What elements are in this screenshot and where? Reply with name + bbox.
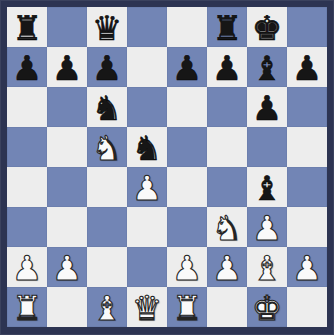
square-g5[interactable] [247, 127, 287, 167]
square-a7[interactable]: ♟ [7, 47, 47, 87]
square-d5[interactable]: ♞ [127, 127, 167, 167]
white-pawn[interactable]: ♟ [292, 247, 322, 288]
black-knight[interactable]: ♞ [132, 127, 162, 168]
white-pawn[interactable]: ♟ [132, 167, 162, 208]
black-pawn[interactable]: ♟ [92, 47, 122, 88]
square-a3[interactable] [7, 207, 47, 247]
square-b7[interactable]: ♟ [47, 47, 87, 87]
white-pawn[interactable]: ♟ [12, 247, 42, 288]
black-pawn[interactable]: ♟ [172, 47, 202, 88]
white-king[interactable]: ♚ [252, 287, 282, 328]
square-b1[interactable] [47, 287, 87, 327]
white-bishop[interactable]: ♝ [252, 247, 282, 288]
square-e6[interactable] [167, 87, 207, 127]
square-a6[interactable] [7, 87, 47, 127]
square-b3[interactable] [47, 207, 87, 247]
square-c6[interactable]: ♞ [87, 87, 127, 127]
square-g1[interactable]: ♚ [247, 287, 287, 327]
square-c4[interactable] [87, 167, 127, 207]
square-c1[interactable]: ♝ [87, 287, 127, 327]
square-a4[interactable] [7, 167, 47, 207]
square-f7[interactable]: ♟ [207, 47, 247, 87]
black-queen[interactable]: ♛ [92, 7, 122, 48]
square-g2[interactable]: ♝ [247, 247, 287, 287]
square-g3[interactable]: ♟ [247, 207, 287, 247]
square-h4[interactable] [287, 167, 327, 207]
square-h6[interactable] [287, 87, 327, 127]
black-rook[interactable]: ♜ [12, 7, 42, 48]
square-f1[interactable] [207, 287, 247, 327]
square-b2[interactable]: ♟ [47, 247, 87, 287]
square-g8[interactable]: ♚ [247, 7, 287, 47]
square-b8[interactable] [47, 7, 87, 47]
square-e3[interactable] [167, 207, 207, 247]
black-king[interactable]: ♚ [252, 7, 282, 48]
black-pawn[interactable]: ♟ [252, 87, 282, 128]
square-e1[interactable]: ♜ [167, 287, 207, 327]
square-f8[interactable]: ♜ [207, 7, 247, 47]
black-rook[interactable]: ♜ [212, 7, 242, 48]
square-f4[interactable] [207, 167, 247, 207]
square-e5[interactable] [167, 127, 207, 167]
square-c3[interactable] [87, 207, 127, 247]
square-d7[interactable] [127, 47, 167, 87]
square-b6[interactable] [47, 87, 87, 127]
square-e7[interactable]: ♟ [167, 47, 207, 87]
square-g7[interactable]: ♝ [247, 47, 287, 87]
square-d3[interactable] [127, 207, 167, 247]
white-knight[interactable]: ♞ [92, 127, 122, 168]
black-bishop[interactable]: ♝ [252, 167, 282, 208]
white-bishop[interactable]: ♝ [92, 287, 122, 328]
black-pawn[interactable]: ♟ [52, 47, 82, 88]
square-h5[interactable] [287, 127, 327, 167]
square-f6[interactable] [207, 87, 247, 127]
square-a5[interactable] [7, 127, 47, 167]
square-e4[interactable] [167, 167, 207, 207]
square-h3[interactable] [287, 207, 327, 247]
square-d8[interactable] [127, 7, 167, 47]
white-rook[interactable]: ♜ [172, 287, 202, 328]
square-a2[interactable]: ♟ [7, 247, 47, 287]
square-e2[interactable]: ♟ [167, 247, 207, 287]
square-d6[interactable] [127, 87, 167, 127]
square-e8[interactable] [167, 7, 207, 47]
square-c7[interactable]: ♟ [87, 47, 127, 87]
square-c5[interactable]: ♞ [87, 127, 127, 167]
square-h2[interactable]: ♟ [287, 247, 327, 287]
black-knight[interactable]: ♞ [92, 87, 122, 128]
square-h8[interactable] [287, 7, 327, 47]
square-d4[interactable]: ♟ [127, 167, 167, 207]
white-pawn[interactable]: ♟ [212, 247, 242, 288]
black-pawn[interactable]: ♟ [212, 47, 242, 88]
square-c2[interactable] [87, 247, 127, 287]
square-f2[interactable]: ♟ [207, 247, 247, 287]
square-g6[interactable]: ♟ [247, 87, 287, 127]
white-queen[interactable]: ♛ [132, 287, 162, 328]
square-a1[interactable]: ♜ [7, 287, 47, 327]
square-c8[interactable]: ♛ [87, 7, 127, 47]
square-b5[interactable] [47, 127, 87, 167]
white-knight[interactable]: ♞ [212, 207, 242, 248]
white-pawn[interactable]: ♟ [252, 207, 282, 248]
white-pawn[interactable]: ♟ [52, 247, 82, 288]
black-pawn[interactable]: ♟ [292, 47, 322, 88]
square-h7[interactable]: ♟ [287, 47, 327, 87]
square-f3[interactable]: ♞ [207, 207, 247, 247]
square-f5[interactable] [207, 127, 247, 167]
board-frame: ♜♛♜♚♟♟♟♟♟♝♟♞♟♞♞♟♝♞♟♟♟♟♟♝♟♜♝♛♜♚ [0, 0, 334, 335]
white-rook[interactable]: ♜ [12, 287, 42, 328]
chess-board: ♜♛♜♚♟♟♟♟♟♝♟♞♟♞♞♟♝♞♟♟♟♟♟♝♟♜♝♛♜♚ [7, 7, 327, 327]
square-b4[interactable] [47, 167, 87, 207]
black-pawn[interactable]: ♟ [12, 47, 42, 88]
square-d2[interactable] [127, 247, 167, 287]
square-g4[interactable]: ♝ [247, 167, 287, 207]
square-d1[interactable]: ♛ [127, 287, 167, 327]
square-a8[interactable]: ♜ [7, 7, 47, 47]
white-pawn[interactable]: ♟ [172, 247, 202, 288]
black-bishop[interactable]: ♝ [252, 47, 282, 88]
square-h1[interactable] [287, 287, 327, 327]
